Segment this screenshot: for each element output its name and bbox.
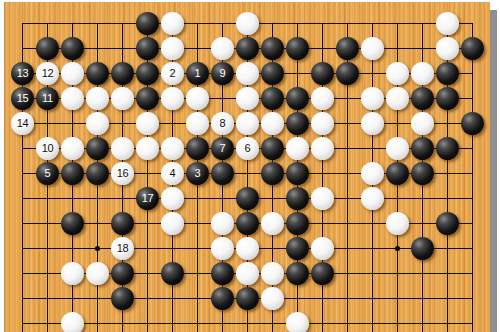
move-number: 2	[161, 62, 184, 85]
stone-black[interactable]	[411, 237, 434, 260]
stone-black[interactable]	[186, 137, 209, 160]
move-number: 16	[111, 162, 134, 185]
stone-black[interactable]: 9	[211, 62, 234, 85]
stone-white[interactable]	[311, 137, 334, 160]
move-number: 4	[161, 162, 184, 185]
stone-black[interactable]	[236, 37, 259, 60]
stone-black[interactable]	[236, 187, 259, 210]
stone-white[interactable]	[311, 187, 334, 210]
stone-white[interactable]	[361, 87, 384, 110]
stone-white[interactable]	[161, 137, 184, 160]
stone-white[interactable]	[386, 212, 409, 235]
stone-black[interactable]	[311, 262, 334, 285]
stone-white[interactable]	[236, 262, 259, 285]
stone-black[interactable]	[236, 212, 259, 235]
stone-black[interactable]	[286, 37, 309, 60]
stone-white[interactable]: 14	[11, 112, 34, 135]
move-number: 18	[111, 237, 134, 260]
stone-white[interactable]	[161, 212, 184, 235]
stone-white[interactable]	[261, 287, 284, 310]
stone-black[interactable]	[36, 37, 59, 60]
move-number: 7	[211, 137, 234, 160]
stone-white[interactable]	[361, 187, 384, 210]
move-number: 11	[36, 87, 59, 110]
stone-black[interactable]	[161, 262, 184, 285]
stone-black[interactable]	[411, 137, 434, 160]
stone-white[interactable]	[211, 237, 234, 260]
stone-white[interactable]	[386, 62, 409, 85]
stone-black[interactable]	[211, 262, 234, 285]
stone-white[interactable]	[311, 87, 334, 110]
stone-white[interactable]	[111, 87, 134, 110]
move-number: 3	[186, 162, 209, 185]
stone-black[interactable]	[286, 262, 309, 285]
stone-black[interactable]	[86, 137, 109, 160]
stone-black[interactable]	[111, 262, 134, 285]
stone-white[interactable]: 6	[236, 137, 259, 160]
star-point	[395, 246, 400, 251]
stone-white[interactable]	[161, 12, 184, 35]
stone-black[interactable]	[261, 62, 284, 85]
stone-black[interactable]	[436, 62, 459, 85]
stone-black[interactable]: 5	[36, 162, 59, 185]
stone-black[interactable]	[261, 87, 284, 110]
stone-white[interactable]: 2	[161, 62, 184, 85]
stone-black[interactable]	[286, 187, 309, 210]
stone-white[interactable]	[86, 112, 109, 135]
move-number: 17	[136, 187, 159, 210]
stone-black[interactable]	[136, 87, 159, 110]
stone-black[interactable]: 11	[36, 87, 59, 110]
stone-black[interactable]	[286, 87, 309, 110]
stone-black[interactable]	[61, 37, 84, 60]
stone-white[interactable]	[61, 62, 84, 85]
stone-black[interactable]	[286, 112, 309, 135]
stone-black[interactable]	[61, 212, 84, 235]
stone-black[interactable]	[136, 62, 159, 85]
stone-black[interactable]	[261, 137, 284, 160]
stone-black[interactable]	[261, 37, 284, 60]
stone-white[interactable]	[86, 262, 109, 285]
stone-white[interactable]	[286, 312, 309, 332]
stone-white[interactable]	[111, 137, 134, 160]
stone-white[interactable]: 10	[36, 137, 59, 160]
stone-black[interactable]	[411, 87, 434, 110]
stone-black[interactable]	[336, 62, 359, 85]
stone-white[interactable]	[311, 112, 334, 135]
go-board: 131221915111481076516431718	[0, 0, 500, 332]
stone-white[interactable]	[286, 137, 309, 160]
stone-black[interactable]	[61, 162, 84, 185]
stone-black[interactable]	[111, 62, 134, 85]
stone-black[interactable]	[286, 162, 309, 185]
stone-white[interactable]	[236, 62, 259, 85]
stone-black[interactable]	[236, 287, 259, 310]
stone-white[interactable]	[436, 37, 459, 60]
stone-black[interactable]	[136, 12, 159, 35]
stone-white[interactable]	[236, 87, 259, 110]
move-number: 15	[11, 87, 34, 110]
stone-black[interactable]	[111, 287, 134, 310]
stone-white[interactable]	[161, 87, 184, 110]
move-number: 14	[11, 112, 34, 135]
move-number: 13	[11, 62, 34, 85]
stone-black[interactable]	[461, 112, 484, 135]
stone-white[interactable]	[386, 87, 409, 110]
stone-white[interactable]	[61, 262, 84, 285]
stone-white[interactable]	[161, 187, 184, 210]
stone-white[interactable]	[261, 262, 284, 285]
stone-black[interactable]	[211, 287, 234, 310]
move-number: 12	[36, 62, 59, 85]
grid-line-vertical	[472, 23, 473, 332]
stone-black[interactable]: 17	[136, 187, 159, 210]
stone-black[interactable]	[436, 87, 459, 110]
stone-black[interactable]	[411, 162, 434, 185]
stone-black[interactable]	[461, 37, 484, 60]
stone-white[interactable]	[61, 137, 84, 160]
move-number: 10	[36, 137, 59, 160]
stone-white[interactable]	[161, 37, 184, 60]
stone-black[interactable]	[86, 162, 109, 185]
stone-white[interactable]	[61, 87, 84, 110]
star-point	[95, 246, 100, 251]
stone-black[interactable]: 15	[11, 87, 34, 110]
stone-white[interactable]	[386, 137, 409, 160]
move-number: 8	[211, 112, 234, 135]
stone-white[interactable]	[186, 87, 209, 110]
stone-white[interactable]	[236, 12, 259, 35]
stone-white[interactable]	[136, 112, 159, 135]
stone-black[interactable]	[136, 37, 159, 60]
stone-white[interactable]	[261, 112, 284, 135]
stone-white[interactable]	[236, 112, 259, 135]
stone-black[interactable]	[436, 212, 459, 235]
window-shadow	[490, 10, 497, 332]
stone-black[interactable]	[436, 137, 459, 160]
stone-white[interactable]	[411, 112, 434, 135]
stone-black[interactable]	[261, 162, 284, 185]
stone-black[interactable]	[111, 212, 134, 235]
stone-black[interactable]: 1	[186, 62, 209, 85]
stone-white[interactable]: 12	[36, 62, 59, 85]
move-number: 6	[236, 137, 259, 160]
move-number: 9	[211, 62, 234, 85]
stone-white[interactable]	[361, 112, 384, 135]
stone-white[interactable]	[311, 237, 334, 260]
stone-white[interactable]	[261, 212, 284, 235]
stone-white[interactable]: 8	[211, 112, 234, 135]
stone-black[interactable]: 3	[186, 162, 209, 185]
stone-black[interactable]	[336, 37, 359, 60]
stone-black[interactable]: 7	[211, 137, 234, 160]
stone-white[interactable]: 18	[111, 237, 134, 260]
stone-white[interactable]	[361, 162, 384, 185]
stone-black[interactable]	[286, 212, 309, 235]
move-number: 5	[36, 162, 59, 185]
stone-white[interactable]	[211, 37, 234, 60]
stone-white[interactable]	[411, 62, 434, 85]
stone-black[interactable]: 13	[11, 62, 34, 85]
stone-white[interactable]	[436, 12, 459, 35]
stone-white[interactable]	[236, 237, 259, 260]
stone-black[interactable]	[86, 62, 109, 85]
stone-white[interactable]: 16	[111, 162, 134, 185]
stone-white[interactable]	[136, 137, 159, 160]
stone-white[interactable]	[211, 212, 234, 235]
stone-white[interactable]	[86, 87, 109, 110]
stone-black[interactable]	[286, 237, 309, 260]
stone-black[interactable]	[311, 62, 334, 85]
stone-black[interactable]	[386, 162, 409, 185]
stone-white[interactable]	[186, 112, 209, 135]
stone-white[interactable]	[361, 37, 384, 60]
stone-white[interactable]	[61, 312, 84, 332]
stone-black[interactable]	[211, 162, 234, 185]
board-surface[interactable]: 131221915111481076516431718	[0, 0, 500, 332]
stone-white[interactable]: 4	[161, 162, 184, 185]
move-number: 1	[186, 62, 209, 85]
